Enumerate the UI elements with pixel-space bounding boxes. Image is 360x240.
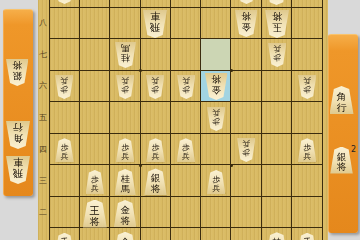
piece-kanji: 兵 <box>182 76 190 85</box>
hoshi-dot <box>139 164 142 167</box>
square-72[interactable] <box>231 197 261 229</box>
piece-kanji: 歩 <box>303 85 311 94</box>
piece-kanji: 兵 <box>212 184 220 193</box>
piece-kanji: 行 <box>337 102 347 113</box>
piece-kanji: 将 <box>120 216 130 227</box>
square-61[interactable] <box>201 228 231 240</box>
piece-kanji: 歩 <box>60 85 68 94</box>
square-73[interactable] <box>231 165 261 197</box>
piece-kanji: 兵 <box>151 76 159 85</box>
piece-kanji: 兵 <box>60 152 68 161</box>
piece-kanji: 将 <box>272 11 282 22</box>
square-29[interactable] <box>80 0 110 8</box>
square-68[interactable] <box>201 8 231 40</box>
square-93[interactable] <box>292 165 322 197</box>
square-99[interactable] <box>292 0 322 8</box>
square-82[interactable] <box>262 197 292 229</box>
piece-kanji: 兵 <box>91 184 99 193</box>
piece-kanji: 兵 <box>303 76 311 85</box>
square-51[interactable] <box>171 228 201 240</box>
square-75[interactable] <box>231 102 261 134</box>
square-55[interactable] <box>171 102 201 134</box>
piece-kanji: 金 <box>211 85 221 96</box>
square-77[interactable] <box>231 39 261 71</box>
square-17[interactable] <box>50 39 80 71</box>
rank-label-四: 四 <box>38 145 48 155</box>
piece-kanji: 車 <box>13 157 23 168</box>
piece-kanji: 金 <box>120 205 130 216</box>
square-57[interactable] <box>171 39 201 71</box>
square-58[interactable] <box>171 8 201 40</box>
square-76[interactable] <box>231 71 261 103</box>
piece-kanji: 兵 <box>303 152 311 161</box>
piece-kanji: 飛 <box>150 22 160 33</box>
piece-kanji: 歩 <box>212 175 220 184</box>
square-15[interactable] <box>50 102 80 134</box>
piece-kanji: 歩 <box>303 143 311 152</box>
piece-kanji: 将 <box>90 216 100 227</box>
piece-kanji: 歩 <box>273 53 281 62</box>
square-59[interactable] <box>171 0 201 8</box>
piece-kanji: 兵 <box>242 139 250 148</box>
square-12[interactable] <box>50 197 80 229</box>
piece-kanji: 歩 <box>212 117 220 126</box>
piece-kanji: 兵 <box>182 152 190 161</box>
square-18[interactable] <box>50 8 80 40</box>
square-26[interactable] <box>80 71 110 103</box>
piece-kanji: 玉 <box>272 22 282 33</box>
piece-kanji: 角 <box>337 91 347 102</box>
piece-kanji: 兵 <box>273 44 281 53</box>
square-69[interactable] <box>201 0 231 8</box>
square-42[interactable] <box>141 197 171 229</box>
piece-kanji: 兵 <box>151 152 159 161</box>
square-41[interactable] <box>141 228 171 240</box>
piece-kanji: 馬 <box>121 43 130 53</box>
piece-kanji: 行 <box>13 122 23 133</box>
square-21[interactable] <box>80 228 110 240</box>
square-92[interactable] <box>292 197 322 229</box>
komadai-gote <box>328 34 358 233</box>
piece-kanji: 将 <box>337 162 347 173</box>
piece-kanji: 歩 <box>151 143 159 152</box>
square-49[interactable] <box>141 0 171 8</box>
square-35[interactable] <box>110 102 140 134</box>
square-85[interactable] <box>262 102 292 134</box>
piece-kanji: 将 <box>211 74 221 85</box>
square-27[interactable] <box>80 39 110 71</box>
square-39[interactable] <box>110 0 140 8</box>
hoshi-dot <box>139 69 142 72</box>
piece-kanji: 車 <box>150 11 160 22</box>
square-24[interactable] <box>80 134 110 166</box>
rank-label-八: 八 <box>38 18 48 28</box>
square-25[interactable] <box>80 102 110 134</box>
hoshi-dot <box>230 69 233 72</box>
piece-kanji: 金 <box>242 22 252 33</box>
rank-label-二: 二 <box>38 208 48 218</box>
piece-kanji: 歩 <box>151 85 159 94</box>
rank-label-五: 五 <box>38 113 48 123</box>
piece-kanji: 兵 <box>60 76 68 85</box>
piece-kanji: 歩 <box>60 143 68 152</box>
square-95[interactable] <box>292 102 322 134</box>
rank-label-六: 六 <box>38 81 48 91</box>
hoshi-dot <box>230 164 233 167</box>
piece-kanji: 兵 <box>121 76 129 85</box>
piece-kanji: 桂 <box>121 53 130 63</box>
piece-kanji: 将 <box>242 11 252 22</box>
piece-kanji: 兵 <box>121 152 129 161</box>
piece-kanji: 歩 <box>121 143 129 152</box>
square-97[interactable] <box>292 39 322 71</box>
square-53[interactable] <box>171 165 201 197</box>
hand-piece-count: 2 <box>351 146 356 154</box>
square-64[interactable] <box>201 134 231 166</box>
square-62[interactable] <box>201 197 231 229</box>
square-13[interactable] <box>50 165 80 197</box>
square-67[interactable] <box>201 39 231 71</box>
piece-kanji: 兵 <box>212 108 220 117</box>
square-38[interactable] <box>110 8 140 40</box>
square-86[interactable] <box>262 71 292 103</box>
piece-kanji: 桂 <box>121 174 130 184</box>
piece-kanji: 歩 <box>182 85 190 94</box>
square-84[interactable] <box>262 134 292 166</box>
square-47[interactable] <box>141 39 171 71</box>
square-28[interactable] <box>80 8 110 40</box>
piece-kanji: 王 <box>90 205 100 216</box>
square-98[interactable] <box>292 8 322 40</box>
rank-label-三: 三 <box>38 176 48 186</box>
piece-kanji: 飛 <box>13 168 23 179</box>
piece-kanji: 歩 <box>121 85 129 94</box>
piece-kanji: 馬 <box>121 184 130 194</box>
square-71[interactable] <box>231 228 261 240</box>
square-83[interactable] <box>262 165 292 197</box>
piece-kanji: 将 <box>13 60 23 71</box>
square-45[interactable] <box>141 102 171 134</box>
rank-label-七: 七 <box>38 50 48 60</box>
piece-kanji: 角 <box>13 133 23 144</box>
square-52[interactable] <box>171 197 201 229</box>
shogi-app: 香車香車桂馬玉将金将飛車歩兵桂馬歩兵歩兵歩兵歩兵金将歩兵歩兵歩兵歩兵歩兵歩兵歩兵… <box>0 0 360 240</box>
piece-kanji: 銀 <box>13 70 23 81</box>
piece-kanji: 歩 <box>182 143 190 152</box>
piece-kanji: 将 <box>151 184 161 195</box>
piece-kanji: 歩 <box>242 148 250 157</box>
piece-kanji: 歩 <box>91 175 99 184</box>
